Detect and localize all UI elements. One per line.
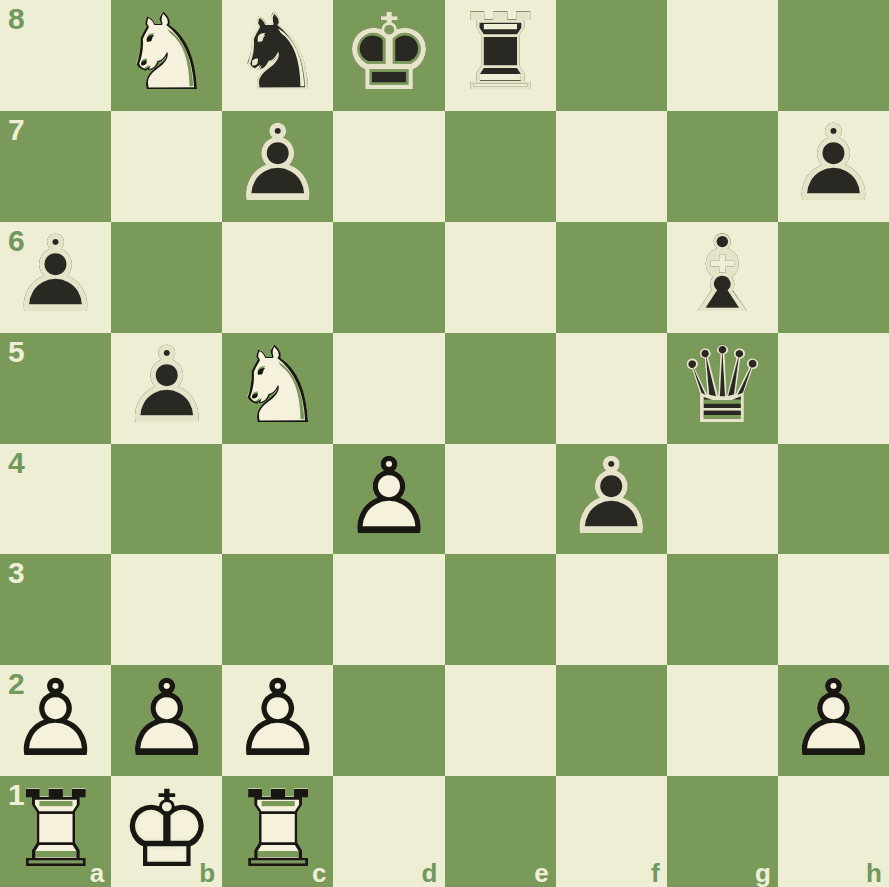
square-e6[interactable] bbox=[445, 222, 556, 333]
square-b3[interactable] bbox=[111, 554, 222, 665]
black-king-d8[interactable]: ♚♔ bbox=[333, 0, 444, 111]
white-pawn-h2[interactable]: ♟♙ bbox=[778, 665, 889, 776]
square-c6[interactable] bbox=[222, 222, 333, 333]
square-d7[interactable] bbox=[333, 111, 444, 222]
square-g8[interactable] bbox=[667, 0, 778, 111]
square-b8[interactable]: ♞♘ bbox=[111, 0, 222, 111]
pawn-glyph-outline: ♙ bbox=[778, 111, 889, 222]
rook-glyph-fill: ♜ bbox=[222, 776, 333, 887]
square-e5[interactable] bbox=[445, 333, 556, 444]
square-b7[interactable] bbox=[111, 111, 222, 222]
white-pawn-a2[interactable]: ♟♙ bbox=[0, 665, 111, 776]
square-h6[interactable] bbox=[778, 222, 889, 333]
pawn-glyph-outline: ♙ bbox=[333, 444, 444, 555]
square-g1[interactable]: g bbox=[667, 776, 778, 887]
pawn-glyph-outline: ♙ bbox=[111, 333, 222, 444]
file-label-h: h bbox=[866, 860, 882, 886]
black-pawn-b5[interactable]: ♟♙ bbox=[111, 333, 222, 444]
square-h4[interactable] bbox=[778, 444, 889, 555]
square-f7[interactable] bbox=[556, 111, 667, 222]
square-c1[interactable]: c♜♖ bbox=[222, 776, 333, 887]
black-pawn-f4[interactable]: ♟♙ bbox=[556, 444, 667, 555]
square-g2[interactable] bbox=[667, 665, 778, 776]
square-e1[interactable]: e bbox=[445, 776, 556, 887]
knight-glyph-fill: ♞ bbox=[222, 0, 333, 111]
king-glyph-outline: ♔ bbox=[111, 776, 222, 887]
square-d1[interactable]: d bbox=[333, 776, 444, 887]
pawn-glyph-outline: ♙ bbox=[556, 444, 667, 555]
pawn-glyph-fill: ♟ bbox=[0, 222, 111, 333]
white-king-b1[interactable]: ♚♔ bbox=[111, 776, 222, 887]
black-knight-c8[interactable]: ♞♘ bbox=[222, 0, 333, 111]
square-b4[interactable] bbox=[111, 444, 222, 555]
white-pawn-b2[interactable]: ♟♙ bbox=[111, 665, 222, 776]
black-pawn-a6[interactable]: ♟♙ bbox=[0, 222, 111, 333]
knight-glyph-outline: ♘ bbox=[222, 0, 333, 111]
white-rook-a1[interactable]: ♜♖ bbox=[0, 776, 111, 887]
square-d5[interactable] bbox=[333, 333, 444, 444]
square-f4[interactable]: ♟♙ bbox=[556, 444, 667, 555]
king-glyph-fill: ♚ bbox=[333, 0, 444, 111]
square-f3[interactable] bbox=[556, 554, 667, 665]
pawn-glyph-fill: ♟ bbox=[333, 444, 444, 555]
square-e2[interactable] bbox=[445, 665, 556, 776]
square-c8[interactable]: ♞♘ bbox=[222, 0, 333, 111]
pawn-glyph-fill: ♟ bbox=[778, 111, 889, 222]
square-e3[interactable] bbox=[445, 554, 556, 665]
rook-glyph-outline: ♖ bbox=[445, 0, 556, 111]
pawn-glyph-outline: ♙ bbox=[778, 665, 889, 776]
white-knight-b8[interactable]: ♞♘ bbox=[111, 0, 222, 111]
square-a8[interactable]: 8 bbox=[0, 0, 111, 111]
square-f6[interactable] bbox=[556, 222, 667, 333]
square-b6[interactable] bbox=[111, 222, 222, 333]
square-g4[interactable] bbox=[667, 444, 778, 555]
square-c2[interactable]: ♟♙ bbox=[222, 665, 333, 776]
white-rook-c1[interactable]: ♜♖ bbox=[222, 776, 333, 887]
pawn-glyph-outline: ♙ bbox=[0, 665, 111, 776]
black-rook-e8[interactable]: ♜♖ bbox=[445, 0, 556, 111]
pawn-glyph-fill: ♟ bbox=[0, 665, 111, 776]
square-h7[interactable]: ♟♙ bbox=[778, 111, 889, 222]
knight-glyph-outline: ♘ bbox=[222, 333, 333, 444]
bishop-glyph-fill: ♝ bbox=[667, 222, 778, 333]
pawn-glyph-outline: ♙ bbox=[111, 665, 222, 776]
square-a1[interactable]: 1a♜♖ bbox=[0, 776, 111, 887]
square-h1[interactable]: h bbox=[778, 776, 889, 887]
square-d3[interactable] bbox=[333, 554, 444, 665]
square-b2[interactable]: ♟♙ bbox=[111, 665, 222, 776]
white-pawn-c2[interactable]: ♟♙ bbox=[222, 665, 333, 776]
square-a7[interactable]: 7 bbox=[0, 111, 111, 222]
square-a6[interactable]: 6♟♙ bbox=[0, 222, 111, 333]
file-label-e: e bbox=[534, 860, 548, 886]
square-a3[interactable]: 3 bbox=[0, 554, 111, 665]
black-bishop-g6[interactable]: ♝♗ bbox=[667, 222, 778, 333]
knight-glyph-fill: ♞ bbox=[111, 0, 222, 111]
rank-label-5: 5 bbox=[8, 337, 25, 367]
pawn-glyph-fill: ♟ bbox=[222, 665, 333, 776]
queen-glyph-outline: ♕ bbox=[667, 333, 778, 444]
square-d6[interactable] bbox=[333, 222, 444, 333]
king-glyph-outline: ♔ bbox=[333, 0, 444, 111]
square-d2[interactable] bbox=[333, 665, 444, 776]
pawn-glyph-fill: ♟ bbox=[111, 333, 222, 444]
square-g5[interactable]: ♛♕ bbox=[667, 333, 778, 444]
square-e8[interactable]: ♜♖ bbox=[445, 0, 556, 111]
white-pawn-d4[interactable]: ♟♙ bbox=[333, 444, 444, 555]
knight-glyph-outline: ♘ bbox=[111, 0, 222, 111]
square-c5[interactable]: ♞♘ bbox=[222, 333, 333, 444]
square-g6[interactable]: ♝♗ bbox=[667, 222, 778, 333]
file-label-d: d bbox=[422, 860, 438, 886]
square-b1[interactable]: b♚♔ bbox=[111, 776, 222, 887]
square-e4[interactable] bbox=[445, 444, 556, 555]
square-g7[interactable] bbox=[667, 111, 778, 222]
file-label-g: g bbox=[755, 860, 771, 886]
square-b5[interactable]: ♟♙ bbox=[111, 333, 222, 444]
knight-glyph-fill: ♞ bbox=[222, 333, 333, 444]
pawn-glyph-outline: ♙ bbox=[0, 222, 111, 333]
square-a2[interactable]: 2♟♙ bbox=[0, 665, 111, 776]
rook-glyph-fill: ♜ bbox=[445, 0, 556, 111]
square-h8[interactable] bbox=[778, 0, 889, 111]
pawn-glyph-fill: ♟ bbox=[222, 111, 333, 222]
square-f1[interactable]: f bbox=[556, 776, 667, 887]
chess-board: 8♞♘♞♘♚♔♜♖7♟♙♟♙6♟♙♝♗5♟♙♞♘♛♕4♟♙♟♙32♟♙♟♙♟♙♟… bbox=[0, 0, 889, 887]
bishop-glyph-outline: ♗ bbox=[667, 222, 778, 333]
square-c3[interactable] bbox=[222, 554, 333, 665]
square-c7[interactable]: ♟♙ bbox=[222, 111, 333, 222]
queen-glyph-fill: ♛ bbox=[667, 333, 778, 444]
pawn-glyph-outline: ♙ bbox=[222, 111, 333, 222]
rook-glyph-fill: ♜ bbox=[0, 776, 111, 887]
rook-glyph-outline: ♖ bbox=[0, 776, 111, 887]
pawn-glyph-fill: ♟ bbox=[556, 444, 667, 555]
square-a4[interactable]: 4 bbox=[0, 444, 111, 555]
black-queen-g5[interactable]: ♛♕ bbox=[667, 333, 778, 444]
white-knight-c5[interactable]: ♞♘ bbox=[222, 333, 333, 444]
square-h3[interactable] bbox=[778, 554, 889, 665]
square-d8[interactable]: ♚♔ bbox=[333, 0, 444, 111]
rank-label-8: 8 bbox=[8, 4, 25, 34]
square-h5[interactable] bbox=[778, 333, 889, 444]
square-g3[interactable] bbox=[667, 554, 778, 665]
square-f8[interactable] bbox=[556, 0, 667, 111]
rank-label-3: 3 bbox=[8, 558, 25, 588]
pawn-glyph-fill: ♟ bbox=[778, 665, 889, 776]
black-pawn-c7[interactable]: ♟♙ bbox=[222, 111, 333, 222]
square-e7[interactable] bbox=[445, 111, 556, 222]
rook-glyph-outline: ♖ bbox=[222, 776, 333, 887]
rank-label-7: 7 bbox=[8, 115, 25, 145]
file-label-f: f bbox=[651, 860, 660, 886]
square-h2[interactable]: ♟♙ bbox=[778, 665, 889, 776]
square-c4[interactable] bbox=[222, 444, 333, 555]
square-d4[interactable]: ♟♙ bbox=[333, 444, 444, 555]
square-f2[interactable] bbox=[556, 665, 667, 776]
pawn-glyph-fill: ♟ bbox=[111, 665, 222, 776]
square-a5[interactable]: 5 bbox=[0, 333, 111, 444]
black-pawn-h7[interactable]: ♟♙ bbox=[778, 111, 889, 222]
rank-label-4: 4 bbox=[8, 448, 25, 478]
king-glyph-fill: ♚ bbox=[111, 776, 222, 887]
pawn-glyph-outline: ♙ bbox=[222, 665, 333, 776]
square-f5[interactable] bbox=[556, 333, 667, 444]
